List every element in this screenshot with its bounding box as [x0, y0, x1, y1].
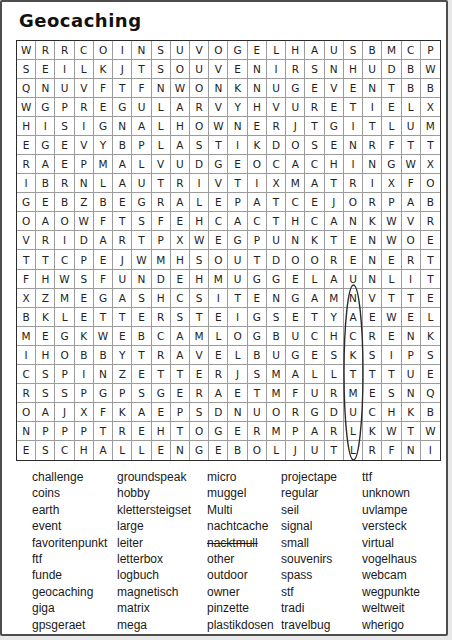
- grid-cell[interactable]: R: [363, 327, 382, 346]
- grid-cell[interactable]: R: [325, 384, 344, 403]
- grid-cell[interactable]: V: [190, 41, 209, 60]
- grid-cell[interactable]: T: [402, 289, 421, 308]
- grid-cell[interactable]: R: [17, 384, 36, 403]
- grid-cell[interactable]: M: [325, 289, 344, 308]
- grid-cell[interactable]: A: [344, 308, 363, 327]
- grid-cell[interactable]: T: [248, 250, 267, 269]
- grid-cell[interactable]: H: [248, 98, 267, 117]
- grid-cell[interactable]: Q: [17, 79, 36, 98]
- grid-cell[interactable]: R: [344, 174, 363, 193]
- grid-cell[interactable]: X: [421, 155, 440, 174]
- grid-cell[interactable]: H: [17, 117, 36, 136]
- grid-cell[interactable]: C: [344, 327, 363, 346]
- grid-cell[interactable]: O: [286, 250, 305, 269]
- grid-cell[interactable]: R: [75, 98, 94, 117]
- grid-cell[interactable]: U: [344, 270, 363, 289]
- grid-cell[interactable]: U: [248, 403, 267, 422]
- grid-cell[interactable]: L: [152, 117, 171, 136]
- grid-cell[interactable]: A: [325, 212, 344, 231]
- grid-cell[interactable]: E: [325, 136, 344, 155]
- grid-cell[interactable]: J: [286, 441, 305, 460]
- grid-cell[interactable]: I: [55, 60, 74, 79]
- word-list-item[interactable]: uvlampe: [362, 502, 420, 518]
- grid-cell[interactable]: T: [171, 365, 190, 384]
- grid-cell[interactable]: P: [75, 155, 94, 174]
- grid-cell[interactable]: S: [267, 308, 286, 327]
- grid-cell[interactable]: F: [382, 441, 401, 460]
- grid-cell[interactable]: V: [209, 60, 228, 79]
- grid-cell[interactable]: G: [305, 403, 324, 422]
- grid-cell[interactable]: A: [305, 289, 324, 308]
- grid-cell[interactable]: S: [325, 346, 344, 365]
- grid-cell[interactable]: M: [209, 270, 228, 289]
- grid-cell[interactable]: A: [305, 41, 324, 60]
- grid-cell[interactable]: G: [17, 193, 36, 212]
- grid-cell[interactable]: C: [55, 441, 74, 460]
- grid-cell[interactable]: E: [382, 250, 401, 269]
- grid-cell[interactable]: E: [421, 365, 440, 384]
- grid-cell[interactable]: R: [190, 98, 209, 117]
- grid-cell[interactable]: A: [94, 231, 113, 250]
- grid-cell[interactable]: O: [209, 41, 228, 60]
- grid-cell[interactable]: G: [228, 231, 247, 250]
- grid-cell[interactable]: R: [286, 60, 305, 79]
- grid-cell[interactable]: B: [94, 346, 113, 365]
- grid-cell[interactable]: B: [402, 79, 421, 98]
- grid-cell[interactable]: N: [228, 403, 247, 422]
- grid-cell[interactable]: R: [209, 365, 228, 384]
- grid-cell[interactable]: P: [152, 231, 171, 250]
- grid-cell[interactable]: M: [190, 327, 209, 346]
- grid-cell[interactable]: N: [402, 327, 421, 346]
- grid-cell[interactable]: N: [248, 79, 267, 98]
- grid-cell[interactable]: Q: [421, 384, 440, 403]
- grid-cell[interactable]: O: [421, 174, 440, 193]
- grid-cell[interactable]: D: [190, 155, 209, 174]
- grid-cell[interactable]: U: [228, 270, 247, 289]
- grid-cell[interactable]: N: [344, 212, 363, 231]
- grid-cell[interactable]: C: [17, 365, 36, 384]
- grid-cell[interactable]: N: [171, 441, 190, 460]
- grid-cell[interactable]: E: [75, 289, 94, 308]
- grid-cell[interactable]: T: [305, 308, 324, 327]
- grid-cell[interactable]: F: [94, 212, 113, 231]
- grid-cell[interactable]: R: [363, 441, 382, 460]
- grid-cell[interactable]: K: [421, 327, 440, 346]
- grid-cell[interactable]: P: [248, 231, 267, 250]
- grid-cell[interactable]: H: [36, 346, 55, 365]
- grid-cell[interactable]: X: [421, 98, 440, 117]
- grid-cell[interactable]: N: [363, 231, 382, 250]
- word-list-item[interactable]: nacktmull: [207, 535, 274, 551]
- grid-cell[interactable]: E: [248, 117, 267, 136]
- grid-cell[interactable]: V: [17, 231, 36, 250]
- grid-cell[interactable]: E: [152, 403, 171, 422]
- grid-cell[interactable]: W: [94, 327, 113, 346]
- grid-cell[interactable]: D: [152, 270, 171, 289]
- grid-cell[interactable]: P: [228, 193, 247, 212]
- grid-cell[interactable]: W: [421, 422, 440, 441]
- grid-cell[interactable]: M: [267, 365, 286, 384]
- grid-cell[interactable]: M: [286, 174, 305, 193]
- word-list-item[interactable]: owner: [207, 584, 274, 600]
- grid-cell[interactable]: E: [305, 346, 324, 365]
- grid-cell[interactable]: R: [171, 174, 190, 193]
- grid-cell[interactable]: M: [267, 422, 286, 441]
- grid-cell[interactable]: S: [382, 384, 401, 403]
- grid-cell[interactable]: H: [325, 155, 344, 174]
- grid-cell[interactable]: G: [94, 289, 113, 308]
- grid-cell[interactable]: C: [267, 155, 286, 174]
- grid-cell[interactable]: K: [248, 136, 267, 155]
- grid-cell[interactable]: C: [305, 155, 324, 174]
- grid-cell[interactable]: H: [286, 212, 305, 231]
- grid-cell[interactable]: U: [305, 441, 324, 460]
- word-list-item[interactable]: projectape: [281, 469, 337, 485]
- grid-cell[interactable]: I: [17, 174, 36, 193]
- grid-cell[interactable]: U: [325, 41, 344, 60]
- grid-cell[interactable]: O: [171, 60, 190, 79]
- grid-cell[interactable]: A: [402, 193, 421, 212]
- grid-cell[interactable]: X: [267, 174, 286, 193]
- grid-cell[interactable]: L: [402, 98, 421, 117]
- grid-cell[interactable]: T: [363, 365, 382, 384]
- grid-cell[interactable]: H: [325, 327, 344, 346]
- grid-cell[interactable]: G: [209, 155, 228, 174]
- grid-cell[interactable]: E: [113, 327, 132, 346]
- grid-cell[interactable]: R: [152, 308, 171, 327]
- grid-cell[interactable]: J: [55, 403, 74, 422]
- grid-cell[interactable]: N: [363, 250, 382, 269]
- grid-cell[interactable]: L: [344, 422, 363, 441]
- grid-cell[interactable]: S: [190, 250, 209, 269]
- grid-cell[interactable]: V: [75, 79, 94, 98]
- grid-cell[interactable]: L: [152, 136, 171, 155]
- word-list-item[interactable]: small: [281, 535, 337, 551]
- grid-cell[interactable]: M: [382, 41, 401, 60]
- grid-cell[interactable]: E: [55, 155, 74, 174]
- grid-cell[interactable]: I: [402, 270, 421, 289]
- grid-cell[interactable]: S: [305, 136, 324, 155]
- grid-cell[interactable]: N: [94, 365, 113, 384]
- grid-cell[interactable]: S: [248, 365, 267, 384]
- grid-cell[interactable]: D: [325, 403, 344, 422]
- grid-cell[interactable]: G: [248, 270, 267, 289]
- grid-cell[interactable]: G: [132, 193, 151, 212]
- grid-cell[interactable]: T: [267, 212, 286, 231]
- grid-cell[interactable]: P: [75, 422, 94, 441]
- grid-cell[interactable]: O: [248, 155, 267, 174]
- word-list-item[interactable]: wherigo: [362, 617, 420, 633]
- grid-cell[interactable]: A: [171, 193, 190, 212]
- grid-cell[interactable]: L: [113, 441, 132, 460]
- grid-cell[interactable]: U: [267, 231, 286, 250]
- grid-cell[interactable]: L: [228, 346, 247, 365]
- grid-cell[interactable]: E: [209, 308, 228, 327]
- grid-cell[interactable]: U: [305, 384, 324, 403]
- grid-cell[interactable]: Y: [325, 308, 344, 327]
- word-list-item[interactable]: spass: [281, 567, 337, 583]
- grid-cell[interactable]: X: [75, 403, 94, 422]
- grid-cell[interactable]: P: [75, 250, 94, 269]
- grid-cell[interactable]: H: [382, 403, 401, 422]
- grid-cell[interactable]: S: [36, 384, 55, 403]
- grid-cell[interactable]: A: [171, 346, 190, 365]
- grid-cell[interactable]: K: [363, 422, 382, 441]
- word-list-item[interactable]: hobby: [117, 485, 191, 501]
- grid-cell[interactable]: A: [325, 270, 344, 289]
- grid-cell[interactable]: W: [382, 422, 401, 441]
- grid-cell[interactable]: E: [152, 441, 171, 460]
- grid-cell[interactable]: N: [363, 155, 382, 174]
- grid-cell[interactable]: E: [286, 270, 305, 289]
- word-list-item[interactable]: pinzette: [207, 600, 274, 616]
- grid-cell[interactable]: B: [421, 193, 440, 212]
- grid-cell[interactable]: B: [402, 60, 421, 79]
- grid-cell[interactable]: I: [36, 117, 55, 136]
- grid-cell[interactable]: T: [113, 79, 132, 98]
- grid-cell[interactable]: T: [36, 250, 55, 269]
- grid-cell[interactable]: H: [152, 289, 171, 308]
- grid-cell[interactable]: V: [190, 346, 209, 365]
- grid-cell[interactable]: J: [228, 365, 247, 384]
- grid-cell[interactable]: T: [17, 250, 36, 269]
- grid-cell[interactable]: T: [325, 231, 344, 250]
- grid-cell[interactable]: T: [94, 308, 113, 327]
- grid-cell[interactable]: T: [402, 422, 421, 441]
- grid-cell[interactable]: H: [190, 212, 209, 231]
- grid-cell[interactable]: E: [209, 346, 228, 365]
- grid-cell[interactable]: E: [113, 193, 132, 212]
- grid-cell[interactable]: S: [132, 212, 151, 231]
- grid-cell[interactable]: E: [248, 289, 267, 308]
- grid-cell[interactable]: H: [152, 422, 171, 441]
- grid-cell[interactable]: E: [171, 212, 190, 231]
- word-list-item[interactable]: klettersteigset: [117, 502, 191, 518]
- grid-cell[interactable]: T: [152, 174, 171, 193]
- grid-cell[interactable]: B: [248, 346, 267, 365]
- grid-cell[interactable]: J: [286, 117, 305, 136]
- grid-cell[interactable]: P: [421, 41, 440, 60]
- grid-cell[interactable]: K: [75, 327, 94, 346]
- grid-cell[interactable]: G: [267, 270, 286, 289]
- grid-cell[interactable]: H: [286, 41, 305, 60]
- grid-cell[interactable]: G: [55, 327, 74, 346]
- grid-cell[interactable]: O: [228, 327, 247, 346]
- grid-cell[interactable]: L: [421, 308, 440, 327]
- grid-cell[interactable]: N: [267, 289, 286, 308]
- grid-cell[interactable]: M: [17, 327, 36, 346]
- grid-cell[interactable]: U: [132, 174, 151, 193]
- grid-cell[interactable]: R: [402, 250, 421, 269]
- word-list-item[interactable]: Multi: [207, 502, 274, 518]
- grid-cell[interactable]: A: [36, 155, 55, 174]
- grid-cell[interactable]: U: [171, 155, 190, 174]
- grid-cell[interactable]: A: [113, 155, 132, 174]
- grid-cell[interactable]: W: [382, 231, 401, 250]
- grid-cell[interactable]: A: [94, 441, 113, 460]
- grid-cell[interactable]: E: [94, 98, 113, 117]
- grid-cell[interactable]: R: [36, 41, 55, 60]
- grid-cell[interactable]: C: [152, 327, 171, 346]
- word-list-item[interactable]: leiter: [117, 535, 191, 551]
- grid-cell[interactable]: B: [132, 327, 151, 346]
- grid-cell[interactable]: L: [267, 41, 286, 60]
- grid-cell[interactable]: H: [190, 270, 209, 289]
- grid-cell[interactable]: R: [363, 193, 382, 212]
- grid-cell[interactable]: S: [344, 41, 363, 60]
- grid-cell[interactable]: X: [171, 231, 190, 250]
- grid-cell[interactable]: P: [132, 136, 151, 155]
- grid-cell[interactable]: T: [421, 136, 440, 155]
- grid-cell[interactable]: E: [228, 60, 247, 79]
- grid-cell[interactable]: O: [55, 346, 74, 365]
- grid-cell[interactable]: W: [421, 60, 440, 79]
- grid-cell[interactable]: O: [248, 441, 267, 460]
- grid-cell[interactable]: L: [267, 441, 286, 460]
- grid-cell[interactable]: E: [132, 365, 151, 384]
- grid-cell[interactable]: N: [344, 289, 363, 308]
- grid-cell[interactable]: P: [402, 346, 421, 365]
- grid-cell[interactable]: N: [209, 79, 228, 98]
- grid-cell[interactable]: L: [305, 365, 324, 384]
- word-list-item[interactable]: gpsgeraet: [32, 617, 107, 633]
- grid-cell[interactable]: F: [286, 384, 305, 403]
- grid-cell[interactable]: S: [36, 365, 55, 384]
- grid-cell[interactable]: L: [305, 270, 324, 289]
- grid-cell[interactable]: Y: [228, 98, 247, 117]
- grid-cell[interactable]: G: [248, 308, 267, 327]
- grid-cell[interactable]: S: [75, 270, 94, 289]
- grid-cell[interactable]: I: [344, 117, 363, 136]
- grid-cell[interactable]: U: [267, 79, 286, 98]
- grid-cell[interactable]: T: [132, 231, 151, 250]
- grid-cell[interactable]: O: [55, 212, 74, 231]
- word-list-item[interactable]: tradi: [281, 600, 337, 616]
- grid-cell[interactable]: J: [113, 250, 132, 269]
- grid-cell[interactable]: E: [228, 155, 247, 174]
- grid-cell[interactable]: S: [55, 117, 74, 136]
- grid-cell[interactable]: I: [75, 365, 94, 384]
- grid-cell[interactable]: U: [286, 327, 305, 346]
- grid-cell[interactable]: T: [382, 289, 401, 308]
- grid-cell[interactable]: B: [113, 136, 132, 155]
- grid-cell[interactable]: R: [36, 231, 55, 250]
- grid-cell[interactable]: H: [171, 117, 190, 136]
- grid-cell[interactable]: T: [132, 346, 151, 365]
- grid-cell[interactable]: P: [382, 193, 401, 212]
- grid-cell[interactable]: E: [94, 250, 113, 269]
- grid-cell[interactable]: T: [113, 308, 132, 327]
- grid-cell[interactable]: O: [94, 41, 113, 60]
- grid-cell[interactable]: T: [228, 174, 247, 193]
- grid-cell[interactable]: H: [75, 441, 94, 460]
- word-list-item[interactable]: ttf: [362, 469, 420, 485]
- grid-cell[interactable]: Y: [113, 346, 132, 365]
- grid-cell[interactable]: H: [171, 250, 190, 269]
- grid-cell[interactable]: E: [75, 308, 94, 327]
- grid-cell[interactable]: U: [363, 60, 382, 79]
- grid-cell[interactable]: N: [113, 117, 132, 136]
- word-list-item[interactable]: challenge: [32, 469, 107, 485]
- grid-cell[interactable]: N: [286, 231, 305, 250]
- grid-cell[interactable]: T: [190, 308, 209, 327]
- grid-cell[interactable]: B: [421, 403, 440, 422]
- word-list-item[interactable]: other: [207, 551, 274, 567]
- grid-cell[interactable]: G: [113, 98, 132, 117]
- grid-cell[interactable]: E: [248, 41, 267, 60]
- grid-cell[interactable]: E: [344, 231, 363, 250]
- grid-cell[interactable]: A: [171, 98, 190, 117]
- grid-cell[interactable]: U: [171, 41, 190, 60]
- grid-cell[interactable]: G: [36, 136, 55, 155]
- grid-cell[interactable]: I: [113, 41, 132, 60]
- grid-cell[interactable]: P: [113, 384, 132, 403]
- grid-cell[interactable]: M: [94, 155, 113, 174]
- grid-cell[interactable]: V: [209, 98, 228, 117]
- grid-cell[interactable]: V: [363, 289, 382, 308]
- grid-cell[interactable]: S: [190, 403, 209, 422]
- grid-cell[interactable]: E: [132, 422, 151, 441]
- grid-cell[interactable]: N: [248, 60, 267, 79]
- grid-cell[interactable]: E: [344, 79, 363, 98]
- grid-cell[interactable]: O: [286, 136, 305, 155]
- grid-cell[interactable]: K: [402, 403, 421, 422]
- grid-cell[interactable]: I: [55, 231, 74, 250]
- word-list-item[interactable]: travelbug: [281, 617, 337, 633]
- grid-cell[interactable]: C: [305, 212, 324, 231]
- grid-cell[interactable]: V: [75, 136, 94, 155]
- grid-cell[interactable]: K: [305, 231, 324, 250]
- grid-cell[interactable]: L: [325, 365, 344, 384]
- word-list-item[interactable]: nachtcache: [207, 518, 274, 534]
- grid-cell[interactable]: O: [190, 422, 209, 441]
- grid-cell[interactable]: U: [267, 346, 286, 365]
- grid-cell[interactable]: Z: [113, 365, 132, 384]
- grid-cell[interactable]: T: [94, 422, 113, 441]
- grid-cell[interactable]: R: [305, 98, 324, 117]
- grid-cell[interactable]: W: [382, 212, 401, 231]
- grid-cell[interactable]: K: [228, 79, 247, 98]
- grid-cell[interactable]: B: [55, 193, 74, 212]
- grid-cell[interactable]: G: [190, 441, 209, 460]
- grid-cell[interactable]: K: [94, 60, 113, 79]
- grid-cell[interactable]: O: [267, 403, 286, 422]
- grid-cell[interactable]: E: [402, 308, 421, 327]
- grid-cell[interactable]: P: [75, 384, 94, 403]
- grid-cell[interactable]: L: [209, 327, 228, 346]
- grid-cell[interactable]: T: [171, 422, 190, 441]
- grid-cell[interactable]: V: [267, 98, 286, 117]
- grid-cell[interactable]: S: [190, 289, 209, 308]
- grid-cell[interactable]: M: [267, 384, 286, 403]
- grid-cell[interactable]: T: [248, 384, 267, 403]
- grid-cell[interactable]: E: [209, 231, 228, 250]
- grid-cell[interactable]: L: [382, 117, 401, 136]
- grid-cell[interactable]: T: [382, 79, 401, 98]
- grid-cell[interactable]: T: [421, 270, 440, 289]
- grid-cell[interactable]: V: [402, 212, 421, 231]
- grid-cell[interactable]: R: [55, 41, 74, 60]
- word-list-item[interactable]: unknown: [362, 485, 420, 501]
- grid-cell[interactable]: T: [402, 136, 421, 155]
- grid-cell[interactable]: S: [36, 441, 55, 460]
- grid-cell[interactable]: F: [402, 174, 421, 193]
- grid-cell[interactable]: T: [382, 365, 401, 384]
- grid-cell[interactable]: V: [325, 79, 344, 98]
- grid-cell[interactable]: L: [132, 155, 151, 174]
- grid-cell[interactable]: G: [382, 155, 401, 174]
